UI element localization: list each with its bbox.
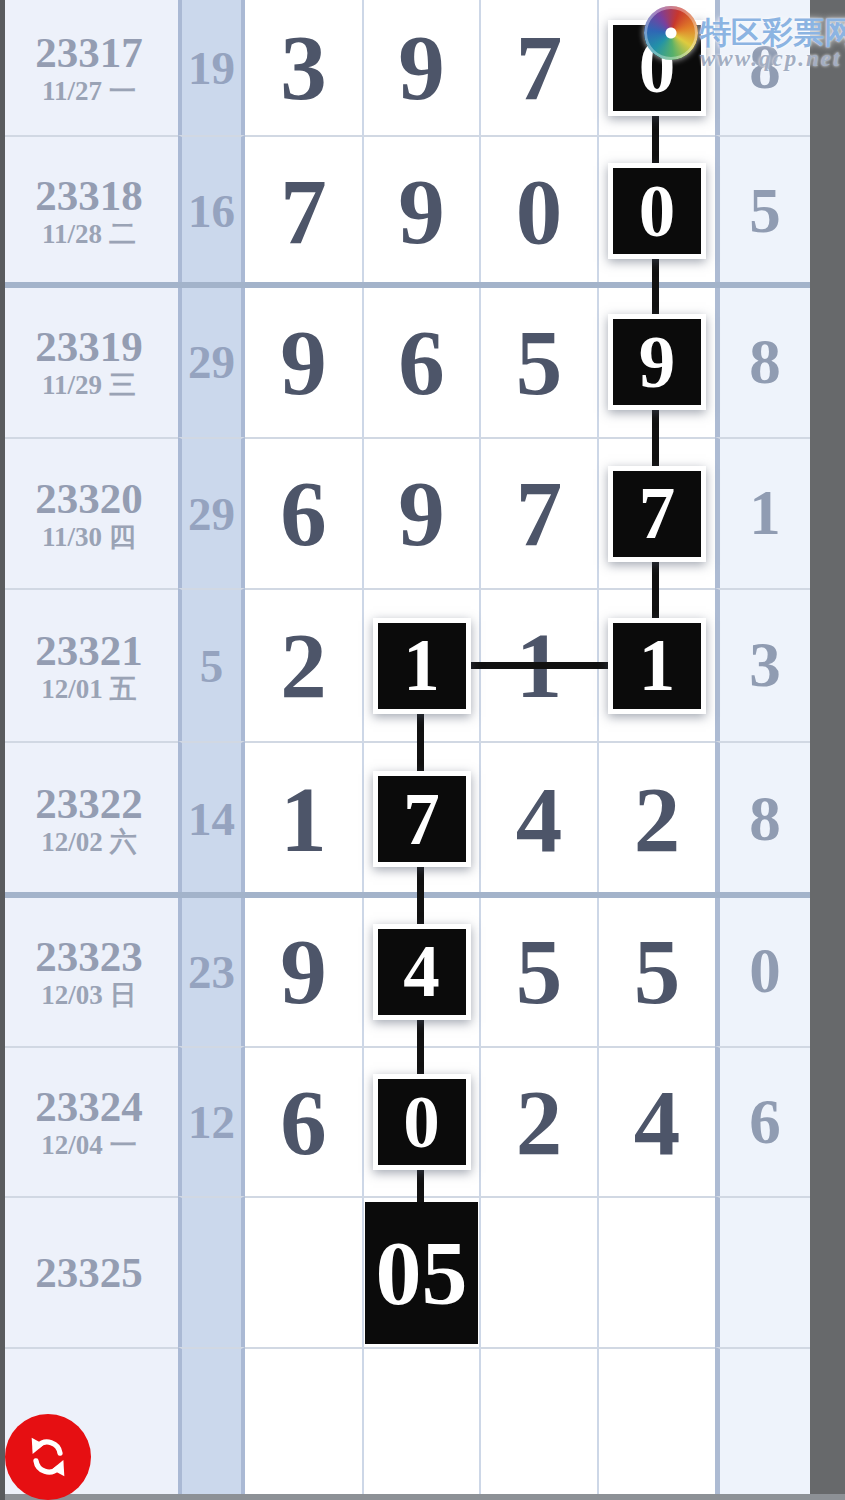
digit-cell-side: 8 — [715, 285, 810, 437]
period-cell: 23317 11/27 一 — [0, 0, 178, 135]
hit-digit: 0 — [639, 175, 676, 248]
digit-cell: 6 — [245, 437, 362, 588]
hit-digit: 0 — [403, 1086, 440, 1159]
period-date: 12/01 五 — [41, 675, 136, 703]
sum-value: 5 — [200, 639, 224, 693]
period-number: 23325 — [35, 1250, 143, 1295]
digit: 5 — [516, 316, 563, 409]
digit-cell-side: 3 — [715, 588, 810, 741]
digit: 9 — [398, 467, 445, 560]
hit-digit-box: 0 — [608, 163, 706, 259]
digit: 2 — [634, 773, 681, 866]
digit-cell-side: 0 — [715, 895, 810, 1046]
period-date: 11/28 二 — [42, 220, 136, 248]
digit-cell-side: 5 — [715, 135, 810, 285]
weekday-text: 三 — [109, 370, 136, 400]
digit-cell: 3 — [245, 0, 362, 135]
refresh-button[interactable] — [5, 1414, 91, 1500]
week-divider — [0, 892, 810, 898]
period-number: 23319 — [35, 324, 143, 369]
digit: 1 — [280, 773, 327, 866]
sum-value: 23 — [188, 945, 235, 999]
sum-value: 29 — [188, 335, 235, 389]
hit-digit-box: 7 — [608, 466, 706, 562]
digit: 8 — [749, 36, 781, 99]
hit-digit-box: 4 — [373, 924, 471, 1020]
digit-cell: 05 — [362, 1196, 479, 1347]
digit-cell — [597, 1347, 715, 1500]
hit-digit: 1 — [639, 629, 676, 702]
digit-cell — [245, 1347, 362, 1500]
lottery-trend-screen: 23317 11/27 一 19 3 9 7 0 8 23318 11/28 二… — [0, 0, 845, 1500]
digit: 4 — [634, 1076, 681, 1169]
digit-cell: 7 — [245, 135, 362, 285]
digit: 6 — [398, 316, 445, 409]
digit: 1 — [749, 482, 781, 545]
period-number: 23320 — [35, 476, 143, 521]
period-cell: 23324 12/04 一 — [0, 1046, 178, 1196]
digit-cell: 5 — [597, 895, 715, 1046]
digit-cell — [479, 1196, 597, 1347]
period-date: 11/30 四 — [42, 523, 136, 551]
sum-cell-empty — [178, 1347, 245, 1500]
digit: 7 — [516, 467, 563, 560]
period-cell: 23319 11/29 三 — [0, 285, 178, 437]
bottom-edge-bar — [0, 1494, 845, 1500]
period-number: 23322 — [35, 781, 143, 826]
period-date: 12/04 一 — [41, 1131, 136, 1159]
date-text: 11/28 — [42, 219, 102, 249]
period-date: 11/27 一 — [42, 77, 136, 105]
sum-cell: 14 — [178, 741, 245, 895]
hit-digit-box: 1 — [373, 618, 471, 714]
weekday-text: 五 — [110, 674, 137, 704]
period-number: 23318 — [35, 173, 143, 218]
digit: 9 — [280, 925, 327, 1018]
hit-digit-box: 1 — [608, 618, 706, 714]
digit: 4 — [516, 773, 563, 866]
digit-cell — [245, 1196, 362, 1347]
digit-cell: 2 — [245, 588, 362, 741]
digit-cell-side: 8 — [715, 741, 810, 895]
period-cell: 23321 12/01 五 — [0, 588, 178, 741]
date-text: 11/30 — [42, 522, 102, 552]
weekday-text: 二 — [109, 219, 136, 249]
digit-cell: 6 — [362, 285, 479, 437]
period-cell: 23318 11/28 二 — [0, 135, 178, 285]
hit-digit: 7 — [639, 477, 676, 550]
weekday-text: 日 — [110, 980, 137, 1010]
digit-cell-side — [715, 1347, 810, 1500]
digit: 6 — [749, 1091, 781, 1154]
digit-cell: 6 — [245, 1046, 362, 1196]
digit-cell: 9 — [245, 285, 362, 437]
hit-digit: 1 — [403, 629, 440, 702]
sum-cell: 5 — [178, 588, 245, 741]
sum-value: 16 — [188, 184, 235, 238]
date-text: 11/27 — [42, 76, 102, 106]
digit: 2 — [516, 1076, 563, 1169]
weekday-text: 一 — [109, 76, 136, 106]
period-date: 11/29 三 — [42, 371, 136, 399]
digit: 0 — [749, 940, 781, 1003]
hit-digit-box: 9 — [608, 314, 706, 410]
hit-digit: 7 — [403, 783, 440, 856]
digit: 9 — [280, 316, 327, 409]
digit-cell: 9 — [362, 437, 479, 588]
digit-cell — [597, 1196, 715, 1347]
digit-cell: 9 — [245, 895, 362, 1046]
digit-cell: 5 — [479, 895, 597, 1046]
digit: 7 — [516, 21, 563, 114]
sum-cell: 29 — [178, 437, 245, 588]
refresh-sync-icon — [24, 1433, 72, 1481]
sum-value: 12 — [188, 1095, 235, 1149]
week-divider — [0, 282, 810, 288]
hit-digit: 9 — [639, 326, 676, 399]
period-number: 23324 — [35, 1084, 143, 1129]
period-number: 23323 — [35, 934, 143, 979]
digit: 6 — [280, 1076, 327, 1169]
digit-cell: 7 — [479, 0, 597, 135]
date-text: 12/04 — [41, 1130, 103, 1160]
date-text: 12/01 — [41, 674, 103, 704]
digit-cell: 0 — [597, 0, 715, 135]
hit-digit-box: 0 — [373, 1074, 471, 1170]
digit-cell-side: 8 — [715, 0, 810, 135]
sum-cell: 23 — [178, 895, 245, 1046]
digit-cell: 1 — [245, 741, 362, 895]
sum-value: 14 — [188, 792, 235, 846]
digit-cell: 2 — [479, 1046, 597, 1196]
digit: 5 — [634, 925, 681, 1018]
digit: 5 — [516, 925, 563, 1018]
date-text: 11/29 — [42, 370, 102, 400]
pending-number-box: 05 — [365, 1202, 478, 1344]
sum-cell: 12 — [178, 1046, 245, 1196]
period-cell: 23323 12/03 日 — [0, 895, 178, 1046]
sum-value: 19 — [188, 41, 235, 95]
digit-cell — [362, 1347, 479, 1500]
right-edge-bar — [810, 0, 845, 1500]
period-date: 12/02 六 — [41, 828, 136, 856]
period-date: 12/03 日 — [41, 981, 136, 1009]
digit-cell — [479, 1347, 597, 1500]
digit-cell: 9 — [362, 0, 479, 135]
period-cell: 23322 12/02 六 — [0, 741, 178, 895]
digit: 8 — [749, 788, 781, 851]
sum-value: 29 — [188, 487, 235, 541]
digit: 3 — [749, 634, 781, 697]
hit-digit-box: 7 — [373, 771, 471, 867]
period-cell: 23325 — [0, 1196, 178, 1347]
period-number: 23317 — [35, 30, 143, 75]
digit-cell: 9 — [362, 135, 479, 285]
hit-digit: 0 — [639, 31, 676, 104]
digit-cell: 2 — [597, 741, 715, 895]
digit: 9 — [398, 21, 445, 114]
left-edge-bar — [0, 0, 5, 1500]
digit: 3 — [280, 21, 327, 114]
hit-digit-box: 0 — [608, 20, 706, 116]
digit-cell: 4 — [597, 1046, 715, 1196]
digit-cell: 0 — [479, 135, 597, 285]
digit: 6 — [280, 467, 327, 560]
sum-cell: 29 — [178, 285, 245, 437]
trend-chart-grid: 23317 11/27 一 19 3 9 7 0 8 23318 11/28 二… — [0, 0, 810, 1500]
date-text: 12/03 — [41, 980, 103, 1010]
sum-cell — [178, 1196, 245, 1347]
digit-cell: 5 — [479, 285, 597, 437]
digit: 8 — [749, 331, 781, 394]
digit-cell-side — [715, 1196, 810, 1347]
sum-cell: 19 — [178, 0, 245, 135]
digit: 0 — [516, 165, 563, 258]
digit-cell: 7 — [479, 437, 597, 588]
pending-number: 05 — [376, 1227, 468, 1319]
date-text: 12/02 — [41, 827, 103, 857]
digit: 9 — [398, 165, 445, 258]
digit-cell-side: 1 — [715, 437, 810, 588]
digit: 5 — [749, 180, 781, 243]
weekday-text: 六 — [110, 827, 137, 857]
digit-cell-side: 6 — [715, 1046, 810, 1196]
digit: 7 — [280, 165, 327, 258]
sum-cell: 16 — [178, 135, 245, 285]
weekday-text: 四 — [109, 522, 136, 552]
hit-digit: 4 — [403, 935, 440, 1008]
period-cell: 23320 11/30 四 — [0, 437, 178, 588]
digit: 2 — [280, 619, 327, 712]
period-number: 23321 — [35, 628, 143, 673]
weekday-text: 一 — [110, 1130, 137, 1160]
digit-cell: 4 — [479, 741, 597, 895]
